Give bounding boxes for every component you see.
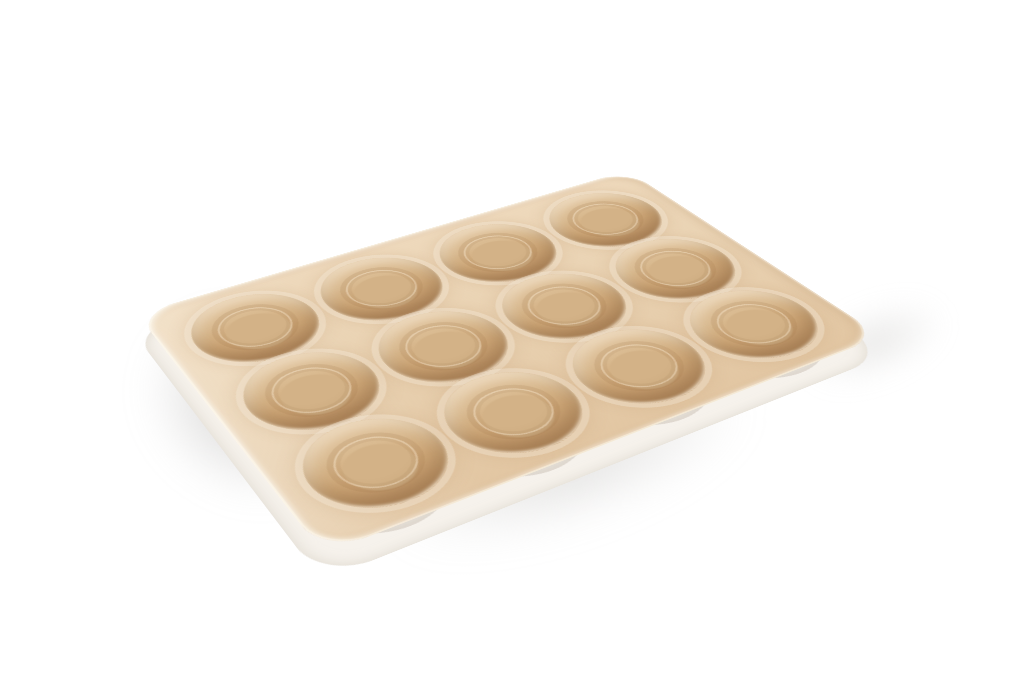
muffin-pan [137, 170, 882, 554]
muffin-cup [172, 282, 340, 376]
muffin-cup [222, 339, 403, 446]
muffin-cup [420, 359, 609, 470]
product-photo-scene [0, 0, 1024, 681]
photo-background [0, 0, 1024, 681]
muffin-cup [548, 317, 732, 419]
